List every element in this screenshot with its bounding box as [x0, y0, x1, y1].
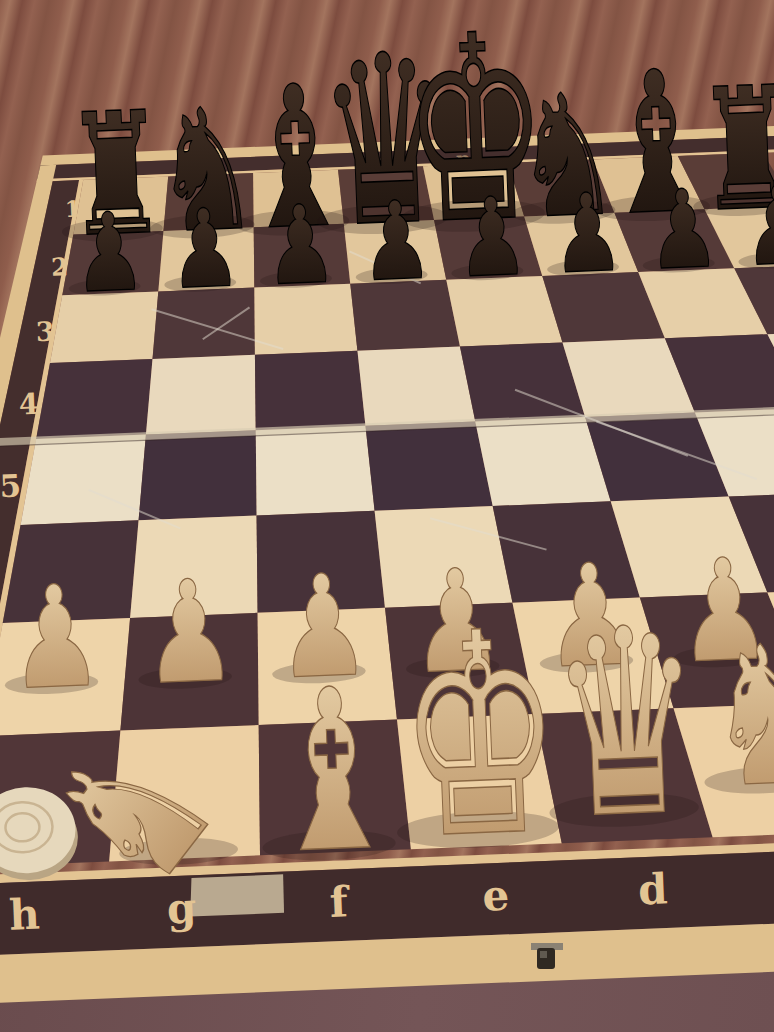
square-e4 — [357, 346, 475, 426]
square-f5 — [253, 426, 374, 516]
clasp-highlight — [540, 951, 547, 958]
piece-g7-light-pawn: ♟ — [140, 548, 240, 715]
piece-a2-dark-pawn: ♟ — [741, 162, 774, 290]
piece-g2-dark-pawn: ♟ — [167, 185, 244, 313]
square-h4 — [33, 359, 155, 439]
piece-h2-dark-pawn: ♟ — [71, 189, 148, 317]
rank-label-3: 3 — [35, 315, 55, 347]
piece-h7-light-pawn: ♟ — [6, 554, 106, 721]
piece-c8-light-knight: ♞ — [704, 603, 774, 831]
chess-board: hgfedc123456hgfed♜♞♝♛♚♞♝♜♟♟♟♟♟♟♟♟♟♟♟♟♟♟♞… — [0, 0, 774, 1032]
square-h5 — [17, 435, 149, 525]
chess-board-photo: hgfedc123456hgfed♜♞♝♛♚♞♝♜♟♟♟♟♟♟♟♟♟♟♟♟♟♟♞… — [0, 0, 774, 1032]
piece-d2-dark-pawn: ♟ — [454, 173, 531, 301]
piece-e2-dark-pawn: ♟ — [358, 177, 435, 305]
square-f4 — [253, 350, 366, 430]
file-label-h: h — [8, 890, 40, 940]
square-e5 — [365, 421, 492, 511]
rank-label-5: 5 — [0, 468, 22, 505]
square-g4 — [143, 355, 258, 435]
board-plane: hgfedc123456hgfed♜♞♝♛♚♞♝♜♟♟♟♟♟♟♟♟♟♟♟♟♟♟♞… — [0, 0, 774, 1009]
piece-e8-light-king: ♚ — [393, 570, 567, 901]
piece-c2-dark-pawn: ♟ — [549, 170, 626, 298]
piece-d8-light-queen: ♛ — [546, 571, 707, 876]
rank-label-4: 4 — [18, 387, 39, 422]
rank-label-2: 2 — [51, 252, 69, 282]
piece-f2-dark-pawn: ♟ — [262, 181, 339, 309]
piece-f8-light-bishop: ♝ — [261, 640, 404, 903]
square-g5 — [135, 430, 259, 520]
piece-b2-dark-pawn: ♟ — [645, 166, 722, 294]
